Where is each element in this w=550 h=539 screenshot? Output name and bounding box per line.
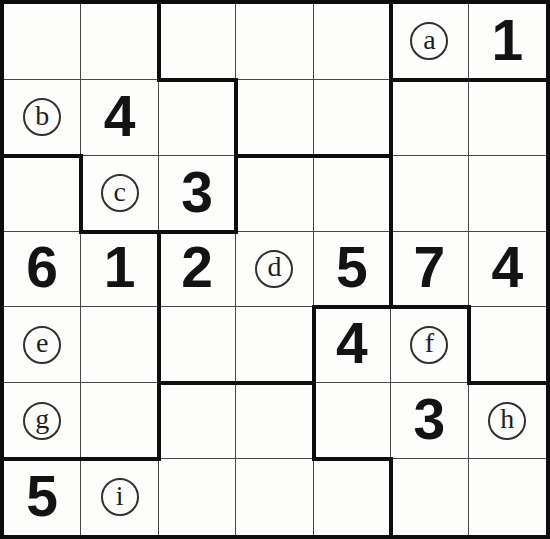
puzzle-board: a1b4c3612d574e4fg3h5i — [0, 0, 550, 539]
given-digit-6: 6 — [26, 239, 58, 296]
cell-r2c2: 4 — [81, 80, 158, 156]
cell-r6c3[interactable] — [159, 383, 236, 459]
cell-r2c6[interactable] — [391, 80, 468, 156]
cell-r3c3: 3 — [159, 156, 236, 232]
given-digit-7: 7 — [414, 239, 446, 296]
cell-r3c1[interactable] — [4, 156, 81, 232]
cell-r4c4[interactable]: d — [236, 232, 313, 308]
clue-circle-b: b — [23, 98, 61, 136]
cell-r3c2[interactable]: c — [81, 156, 158, 232]
given-digit-1: 1 — [491, 12, 523, 69]
cell-r4c7: 4 — [469, 232, 546, 308]
cell-r4c6: 7 — [391, 232, 468, 308]
cell-r6c4[interactable] — [236, 383, 313, 459]
given-digit-4: 4 — [336, 315, 368, 372]
cell-r6c5[interactable] — [314, 383, 391, 459]
cell-r7c5[interactable] — [314, 459, 391, 535]
given-digit-2: 2 — [181, 239, 213, 296]
cell-r7c7[interactable] — [469, 459, 546, 535]
cell-r2c3[interactable] — [159, 80, 236, 156]
cell-r6c6: 3 — [391, 383, 468, 459]
cell-r1c7: 1 — [469, 4, 546, 80]
cell-r1c6[interactable]: a — [391, 4, 468, 80]
cell-r2c4[interactable] — [236, 80, 313, 156]
cell-r7c2[interactable]: i — [81, 459, 158, 535]
cell-r5c6[interactable]: f — [391, 307, 468, 383]
cell-r4c3: 2 — [159, 232, 236, 308]
cell-r5c2[interactable] — [81, 307, 158, 383]
cell-r6c2[interactable] — [81, 383, 158, 459]
clue-circle-c: c — [101, 174, 139, 212]
cell-r6c7[interactable]: h — [469, 383, 546, 459]
cell-r7c3[interactable] — [159, 459, 236, 535]
cell-r3c4[interactable] — [236, 156, 313, 232]
cell-r1c1[interactable] — [4, 4, 81, 80]
cell-r7c4[interactable] — [236, 459, 313, 535]
clue-circle-d: d — [255, 250, 293, 288]
clue-circle-e: e — [23, 326, 61, 364]
cell-r4c1: 6 — [4, 232, 81, 308]
cell-r1c2[interactable] — [81, 4, 158, 80]
cell-r3c5[interactable] — [314, 156, 391, 232]
given-digit-5: 5 — [26, 468, 58, 525]
given-digit-3: 3 — [414, 391, 446, 448]
cell-r6c1[interactable]: g — [4, 383, 81, 459]
cell-r4c5: 5 — [314, 232, 391, 308]
cell-r5c5: 4 — [314, 307, 391, 383]
clue-circle-f: f — [410, 326, 448, 364]
cell-r2c7[interactable] — [469, 80, 546, 156]
clue-circle-a: a — [410, 22, 448, 60]
cell-r7c1: 5 — [4, 459, 81, 535]
clue-circle-g: g — [23, 402, 61, 440]
given-digit-3: 3 — [181, 164, 213, 221]
cell-r7c6[interactable] — [391, 459, 468, 535]
given-digit-1: 1 — [104, 239, 136, 296]
cell-r2c1[interactable]: b — [4, 80, 81, 156]
clue-circle-h: h — [488, 402, 526, 440]
cell-r5c3[interactable] — [159, 307, 236, 383]
cell-r1c5[interactable] — [314, 4, 391, 80]
cell-r3c7[interactable] — [469, 156, 546, 232]
cell-r4c2: 1 — [81, 232, 158, 308]
cell-r1c4[interactable] — [236, 4, 313, 80]
cell-r1c3[interactable] — [159, 4, 236, 80]
cell-r5c7[interactable] — [469, 307, 546, 383]
clue-circle-i: i — [101, 478, 139, 516]
given-digit-5: 5 — [336, 239, 368, 296]
cell-r5c4[interactable] — [236, 307, 313, 383]
given-digit-4: 4 — [104, 88, 136, 145]
cell-r2c5[interactable] — [314, 80, 391, 156]
cell-r3c6[interactable] — [391, 156, 468, 232]
given-digit-4: 4 — [491, 239, 523, 296]
cell-r5c1[interactable]: e — [4, 307, 81, 383]
